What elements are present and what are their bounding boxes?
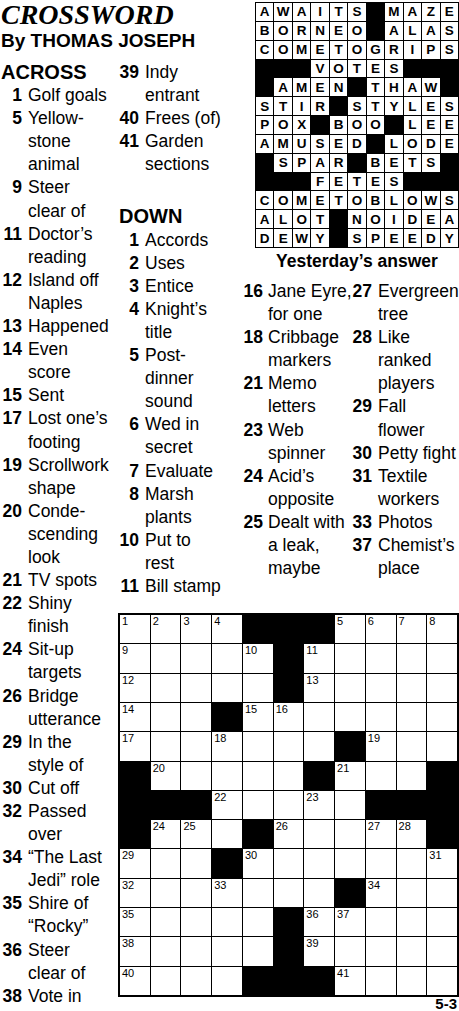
answer-letter-cell: T [330,41,347,59]
entry-cell[interactable] [427,674,457,702]
entry-cell[interactable]: 13 [304,674,334,702]
clue-across-5: 5Yellow-stoneanimal [1,107,113,176]
entry-cell[interactable] [243,937,273,965]
grid-clue-number: 34 [368,879,380,892]
answer-letter-cell: N [348,210,365,228]
entry-cell[interactable]: 3 [181,615,211,643]
clue-number: 40 [113,107,139,130]
clue-across-24: 24Sit-uptargets [1,638,113,684]
entry-cell[interactable]: 31 [427,849,457,877]
clue-number: 10 [113,529,139,552]
entry-cell[interactable]: 29 [120,849,150,877]
grid-clue-number: 23 [306,791,318,804]
entry-cell[interactable] [397,644,427,672]
clue-number: 36 [1,939,22,962]
entry-cell[interactable]: 23 [304,791,334,819]
answer-letter-cell: W [293,229,310,247]
answer-letter-cell: C [256,191,273,209]
entry-cell[interactable] [151,703,181,731]
clue-number: 18 [242,326,263,349]
clue-number: 39 [113,61,139,84]
entry-cell[interactable] [397,703,427,731]
entry-cell[interactable] [366,644,396,672]
answer-letter-cell: Y [311,229,328,247]
answer-letter-cell: U [293,135,310,153]
clue-down-5: 5Post-dinnersound [113,344,241,413]
clue-number: 1 [113,229,139,252]
clue-text-line: utterance [28,708,113,731]
entry-cell[interactable]: 28 [397,820,427,848]
entry-cell[interactable] [427,967,457,995]
entry-cell[interactable] [243,908,273,936]
clue-down-6: 6Wed insecret [113,413,241,459]
entry-cell[interactable] [181,937,211,965]
clue-text-line: Evergreen [378,280,459,303]
clue-number: 24 [242,465,263,488]
entry-cell[interactable]: 12 [120,674,150,702]
clue-text-line: Shire of [28,892,113,915]
entry-cell[interactable] [335,849,365,877]
grid-clue-number: 29 [122,849,134,862]
entry-cell[interactable]: 22 [212,791,242,819]
clue-text-line: opposite [268,488,347,511]
clue-across-17: 17Lost one’sfooting [1,407,113,453]
clue-text-line: flower [378,419,459,442]
entry-cell[interactable] [243,879,273,907]
clue-across-21: 21TV spots [1,569,113,592]
clue-text-line: Lost one’s [28,407,113,430]
entry-cell[interactable] [274,791,304,819]
grid-clue-number: 25 [183,820,195,833]
answer-letter-cell: M [293,191,310,209]
answer-letter-cell: S [441,191,458,209]
clue-down-23: 23Webspinner [242,419,347,465]
entry-cell[interactable] [397,879,427,907]
clue-text-line: Conde- [28,500,113,523]
black-cell [274,937,304,965]
clue-across-40: 40Frees (of) [113,107,241,130]
entry-cell[interactable]: 20 [151,762,181,790]
black-cell [120,762,150,790]
entry-cell[interactable] [397,674,427,702]
answer-letter-cell: S [441,97,458,115]
clue-number: 33 [347,511,372,534]
black-cell [243,967,273,995]
entry-cell[interactable] [151,908,181,936]
clue-number: 9 [1,176,22,199]
entry-cell[interactable] [212,762,242,790]
clue-across-22: 22Shinyfinish [1,592,113,638]
grid-clue-number: 35 [122,908,134,921]
entry-cell[interactable] [335,703,365,731]
entry-cell[interactable]: 18 [212,732,242,760]
grid-clue-number: 31 [429,849,441,862]
clue-across-29: 29In thestyle of [1,731,113,777]
entry-cell[interactable] [151,849,181,877]
black-cell [397,791,427,819]
clue-text-line: Evaluate [145,460,241,483]
grid-clue-number: 20 [153,762,165,775]
clue-text-line: Wed in [145,413,241,436]
entry-cell[interactable] [335,674,365,702]
answer-letter-cell: O [367,116,384,134]
clue-text-line: clear of [28,962,113,985]
clue-text-line: “The Last [28,846,113,869]
answer-letter-cell: T [348,173,365,191]
entry-cell[interactable]: 37 [335,908,365,936]
clue-text-line: sections [145,153,241,176]
grid-clue-number: 28 [399,820,411,833]
entry-cell[interactable]: 10 [243,644,273,672]
black-cell [335,732,365,760]
clue-text-line: Textile [378,465,459,488]
entry-cell[interactable] [304,703,334,731]
entry-cell[interactable] [212,937,242,965]
entry-cell[interactable]: 38 [120,937,150,965]
clue-down-11: 11Bill stamp [113,575,241,598]
answer-letter-cell: E [422,116,439,134]
answer-letter-cell: E [330,173,347,191]
clue-across-19: 19Scrollworkshape [1,454,113,500]
clue-across-11: 11Doctor’sreading [1,223,113,269]
answer-letter-cell: D [422,229,439,247]
entry-cell[interactable] [212,674,242,702]
entry-cell[interactable]: 17 [120,732,150,760]
entry-cell[interactable] [151,879,181,907]
clue-number: 7 [113,460,139,483]
answer-letter-cell: P [293,154,310,172]
clue-number: 16 [242,280,263,303]
entry-cell[interactable]: 16 [274,703,304,731]
grid-clue-number: 8 [429,615,435,628]
entry-cell[interactable] [366,703,396,731]
answer-letter-cell: O [274,22,291,40]
entry-cell[interactable] [243,762,273,790]
entry-cell[interactable]: 6 [366,615,396,643]
black-cell [427,762,457,790]
grid-clue-number: 7 [399,615,405,628]
entry-cell[interactable] [366,762,396,790]
clue-number: 11 [1,223,22,246]
clue-down-1: 1Accords [113,229,241,252]
clue-text-line: Marsh [145,483,241,506]
puzzle-grid[interactable]: 1234567891011121314151617181920212223242… [118,613,459,997]
answer-letter-cell: E [311,191,328,209]
clue-text-line: ranked [378,349,459,372]
clue-text-line: Dealt with [268,511,347,534]
clue-number: 8 [113,483,139,506]
entry-cell[interactable]: 32 [120,879,150,907]
answer-letter-cell: A [256,135,273,153]
clue-text-line: Naples [28,292,113,315]
clue-number: 14 [1,338,22,361]
entry-cell[interactable] [151,644,181,672]
clue-text-line: players [378,372,459,395]
clue-text-line: targets [28,661,113,684]
entry-cell[interactable]: 1 [120,615,150,643]
entry-cell[interactable]: 5 [335,615,365,643]
answer-letter-cell: M [293,41,310,59]
entry-cell[interactable] [335,644,365,672]
answer-letter-cell: E [311,78,328,96]
entry-cell[interactable] [243,732,273,760]
clue-across-41: 41Gardensections [113,130,241,176]
entry-cell[interactable] [274,762,304,790]
clue-text-line: finish [28,615,113,638]
entry-cell[interactable]: 15 [243,703,273,731]
answer-letter-cell: Y [441,229,458,247]
entry-cell[interactable]: 26 [274,820,304,848]
clue-text-line: Chemist’s [378,534,459,557]
clue-number: 5 [113,344,139,367]
answer-black-cell [330,210,347,228]
entry-cell[interactable] [366,908,396,936]
answer-letter-cell: L [404,22,421,40]
entry-cell[interactable] [366,674,396,702]
entry-cell[interactable] [181,703,211,731]
answer-letter-cell: O [404,191,421,209]
entry-cell[interactable]: 2 [151,615,181,643]
grid-clue-number: 36 [306,908,318,921]
answer-letter-cell: E [385,229,402,247]
entry-cell[interactable] [397,937,427,965]
entry-cell[interactable] [304,732,334,760]
entry-cell[interactable] [366,967,396,995]
answer-letter-cell: G [367,41,384,59]
entry-cell[interactable] [274,879,304,907]
clue-text-line: style of [28,754,113,777]
entry-cell[interactable]: 19 [366,732,396,760]
black-cell [274,908,304,936]
entry-cell[interactable] [427,908,457,936]
entry-cell[interactable] [212,967,242,995]
page-title: CROSSWORD [1,0,174,30]
clue-number: 35 [1,892,22,915]
entry-cell[interactable] [243,674,273,702]
answer-letter-cell: L [385,135,402,153]
entry-cell[interactable] [427,732,457,760]
clue-down-31: 31Textileworkers [347,465,459,511]
entry-cell[interactable] [151,732,181,760]
clue-number: 28 [347,326,372,349]
clue-text-line: Memo [268,372,347,395]
entry-cell[interactable]: 24 [151,820,181,848]
clue-text-line: Golf goals [28,84,113,107]
clue-text-line: scending [28,523,113,546]
clue-across-9: 9Steerclear of [1,176,113,222]
entry-cell[interactable]: 27 [366,820,396,848]
yesterday-answer-grid: AWAITSMAZEBORNEOALASCOMETOGRIPSVOTESAMEN… [255,2,459,248]
clue-across-39: 39Indyentrant [113,61,241,107]
clue-number: 5 [1,107,22,130]
entry-cell[interactable]: 39 [304,937,334,965]
entry-cell[interactable] [274,732,304,760]
entry-cell[interactable]: 11 [304,644,334,672]
entry-cell[interactable] [335,791,365,819]
clue-text-line: Petty fight [378,442,459,465]
entry-cell[interactable] [366,849,396,877]
entry-cell[interactable] [212,644,242,672]
answer-letter-cell: L [385,191,402,209]
clue-number: 22 [1,592,22,615]
entry-cell[interactable]: 4 [212,615,242,643]
clue-across-35: 35Shire of“Rocky” [1,892,113,938]
answer-letter-cell: X [293,116,310,134]
clue-text-line: letters [268,395,347,418]
grid-clue-number: 39 [306,937,318,950]
clue-number: 30 [347,442,372,465]
clue-across-30: 30Cut off [1,777,113,800]
entry-cell[interactable] [181,644,211,672]
entry-cell[interactable] [304,820,334,848]
entry-cell[interactable] [397,849,427,877]
answer-black-cell [422,173,439,191]
clue-text-line: Like [378,326,459,349]
clue-across-34: 34“The LastJedi” role [1,846,113,892]
entry-cell[interactable] [212,908,242,936]
entry-cell[interactable] [181,674,211,702]
entry-cell[interactable] [366,937,396,965]
entry-cell[interactable] [427,879,457,907]
answer-black-cell [330,97,347,115]
entry-cell[interactable] [243,791,273,819]
entry-cell[interactable]: 40 [120,967,150,995]
answer-letter-cell: O [274,116,291,134]
clue-across-15: 15Sent [1,384,113,407]
entry-cell[interactable] [181,732,211,760]
answer-letter-cell: E [367,60,384,78]
answer-letter-cell: S [348,3,365,21]
entry-cell[interactable]: 14 [120,703,150,731]
clue-list-header-across: ACROSS [1,61,113,84]
entry-cell[interactable]: 41 [335,967,365,995]
entry-cell[interactable]: 8 [427,615,457,643]
answer-black-cell [348,78,365,96]
answer-letter-cell: S [348,97,365,115]
answer-letter-cell: S [256,97,273,115]
answer-black-cell [348,154,365,172]
entry-cell[interactable]: 30 [243,849,273,877]
answer-letter-cell: S [348,229,365,247]
entry-cell[interactable]: 7 [397,615,427,643]
entry-cell[interactable]: 35 [120,908,150,936]
entry-cell[interactable] [397,762,427,790]
clue-number: 6 [113,413,139,436]
answer-letter-cell: R [385,41,402,59]
answer-black-cell [311,116,328,134]
entry-cell[interactable] [151,967,181,995]
clue-down-28: 28Likerankedplayers [347,326,459,395]
clue-down-16: 16Jane Eyre,for one [242,280,347,326]
answer-letter-cell: A [422,22,439,40]
answer-letter-cell: B [367,191,384,209]
answer-letter-cell: S [311,135,328,153]
grid-clue-number: 4 [214,615,220,628]
clue-number: 2 [113,252,139,275]
answer-letter-cell: N [330,78,347,96]
answer-black-cell [441,78,458,96]
answer-letter-cell: T [330,191,347,209]
answer-letter-cell: V [311,60,328,78]
entry-cell[interactable] [427,703,457,731]
clue-text-line: Yellow- [28,107,113,130]
entry-cell[interactable] [335,820,365,848]
answer-black-cell [441,154,458,172]
clue-text-line: Photos [378,511,459,534]
grid-clue-number: 16 [276,703,288,716]
clue-number: 13 [1,315,22,338]
answer-letter-cell: D [256,229,273,247]
entry-cell[interactable] [304,879,334,907]
entry-cell[interactable] [212,820,242,848]
entry-cell[interactable] [274,849,304,877]
clue-text-line: Jedi” role [28,869,113,892]
clue-number: 25 [242,511,263,534]
entry-cell[interactable]: 25 [181,820,211,848]
answer-letter-cell: T [330,3,347,21]
clue-text-line: Cut off [28,777,113,800]
entry-cell[interactable] [181,849,211,877]
grid-clue-number: 17 [122,732,134,745]
answer-letter-cell: P [422,41,439,59]
clue-text-line: title [145,321,241,344]
black-cell [366,791,396,819]
entry-cell[interactable]: 9 [120,644,150,672]
answer-letter-cell: P [256,116,273,134]
grid-clue-number: 2 [153,615,159,628]
entry-cell[interactable] [181,879,211,907]
clue-down-10: 10Put torest [113,529,241,575]
answer-letter-cell: T [274,97,291,115]
clue-number: 34 [1,846,22,869]
entry-cell[interactable] [397,967,427,995]
entry-cell[interactable]: 21 [335,762,365,790]
entry-cell[interactable] [304,849,334,877]
answer-letter-cell: O [293,210,310,228]
entry-cell[interactable] [151,937,181,965]
entry-cell[interactable] [181,762,211,790]
entry-cell[interactable] [397,908,427,936]
answer-black-cell [441,173,458,191]
answer-letter-cell: L [274,210,291,228]
answer-black-cell [404,173,421,191]
entry-cell[interactable]: 36 [304,908,334,936]
clue-number: 3 [113,275,139,298]
entry-cell[interactable]: 33 [212,879,242,907]
entry-cell[interactable] [151,674,181,702]
clue-text-line: Island off [28,269,113,292]
clue-text-line: Indy [145,61,241,84]
answer-letter-cell: S [385,173,402,191]
entry-cell[interactable] [427,644,457,672]
entry-cell[interactable] [335,937,365,965]
grid-clue-number: 27 [368,820,380,833]
entry-cell[interactable] [181,967,211,995]
entry-cell[interactable] [181,908,211,936]
clue-text-line: Doctor’s [28,223,113,246]
clue-text-line: clear of [28,200,113,223]
answer-letter-cell: W [274,3,291,21]
answer-letter-cell: I [404,41,421,59]
answer-letter-cell: S [441,22,458,40]
clue-down-33: 33Photos [347,511,459,534]
entry-cell[interactable] [397,732,427,760]
entry-cell[interactable] [427,937,457,965]
clue-text-line: entrant [145,84,241,107]
entry-cell[interactable]: 34 [366,879,396,907]
clue-text-line: over [28,823,113,846]
answer-letter-cell: I [385,210,402,228]
